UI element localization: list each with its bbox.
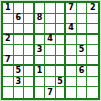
cell-r5c8-given-5[interactable]: 5: [77, 45, 88, 56]
cell-r6c1-given-7[interactable]: 7: [3, 56, 14, 67]
cell-r7c1-empty[interactable]: [3, 66, 14, 77]
cell-r7c2-given-5[interactable]: 5: [14, 66, 25, 77]
cell-r4c9-empty[interactable]: [87, 35, 98, 46]
cell-r4c4-empty[interactable]: [35, 35, 46, 46]
cell-r8c5-empty[interactable]: [45, 77, 56, 88]
cell-r6c5-empty[interactable]: [45, 56, 56, 67]
cell-r5c6-empty[interactable]: [56, 45, 67, 56]
cell-r8c7-empty[interactable]: [66, 77, 77, 88]
cell-r5c9-empty[interactable]: [87, 45, 98, 56]
cell-r9c9-empty[interactable]: [87, 87, 98, 98]
cell-r2c8-empty[interactable]: [77, 14, 88, 25]
cell-r6c2-empty[interactable]: [14, 56, 25, 67]
cell-r5c4-given-3[interactable]: 3: [35, 45, 46, 56]
cell-r5c7-empty[interactable]: [66, 45, 77, 56]
cell-r2c3-empty[interactable]: [24, 14, 35, 25]
cell-r9c5-given-7[interactable]: 7: [45, 87, 56, 98]
cell-r1c1-given-1[interactable]: 1: [3, 3, 14, 14]
cell-r4c8-empty[interactable]: [77, 35, 88, 46]
cell-r7c8-given-6[interactable]: 6: [77, 66, 88, 77]
cell-r3c5-empty[interactable]: [45, 24, 56, 35]
cell-r9c6-empty[interactable]: [56, 87, 67, 98]
cell-r7c4-given-1[interactable]: 1: [35, 66, 46, 77]
cell-r1c3-empty[interactable]: [24, 3, 35, 14]
cell-r3c2-empty[interactable]: [14, 24, 25, 35]
cell-r9c1-empty[interactable]: [3, 87, 14, 98]
cell-r3c9-empty[interactable]: [87, 24, 98, 35]
cell-r7c7-empty[interactable]: [66, 66, 77, 77]
cell-r1c6-empty[interactable]: [56, 3, 67, 14]
cell-r4c5-given-4[interactable]: 4: [45, 35, 56, 46]
sudoku-board: 17268424357516357: [1, 1, 100, 100]
cell-r4c3-empty[interactable]: [24, 35, 35, 46]
cell-r3c1-empty[interactable]: [3, 24, 14, 35]
cell-r5c2-empty[interactable]: [14, 45, 25, 56]
cell-r8c6-given-5[interactable]: 5: [56, 77, 67, 88]
cell-r5c5-empty[interactable]: [45, 45, 56, 56]
cell-r4c1-given-2[interactable]: 2: [3, 35, 14, 46]
cell-r1c9-given-2[interactable]: 2: [87, 3, 98, 14]
cell-r3c8-empty[interactable]: [77, 24, 88, 35]
cell-r8c8-empty[interactable]: [77, 77, 88, 88]
cell-r4c7-empty[interactable]: [66, 35, 77, 46]
cell-r1c4-empty[interactable]: [35, 3, 46, 14]
cell-r9c8-empty[interactable]: [77, 87, 88, 98]
cell-r3c6-empty[interactable]: [56, 24, 67, 35]
cell-r6c6-empty[interactable]: [56, 56, 67, 67]
cell-r7c6-empty[interactable]: [56, 66, 67, 77]
cell-r7c9-empty[interactable]: [87, 66, 98, 77]
cell-r9c7-empty[interactable]: [66, 87, 77, 98]
cell-r7c3-empty[interactable]: [24, 66, 35, 77]
cell-r6c8-empty[interactable]: [77, 56, 88, 67]
cell-r2c1-empty[interactable]: [3, 14, 14, 25]
cell-r1c2-empty[interactable]: [14, 3, 25, 14]
cell-r9c4-empty[interactable]: [35, 87, 46, 98]
cell-r6c7-empty[interactable]: [66, 56, 77, 67]
cell-r2c4-given-8[interactable]: 8: [35, 14, 46, 25]
cell-r7c5-empty[interactable]: [45, 66, 56, 77]
cell-r8c4-empty[interactable]: [35, 77, 46, 88]
cell-r1c8-empty[interactable]: [77, 3, 88, 14]
cell-r2c9-empty[interactable]: [87, 14, 98, 25]
cell-r3c3-empty[interactable]: [24, 24, 35, 35]
cell-r6c9-empty[interactable]: [87, 56, 98, 67]
cell-r9c3-empty[interactable]: [24, 87, 35, 98]
cell-r8c1-empty[interactable]: [3, 77, 14, 88]
cell-r8c3-empty[interactable]: [24, 77, 35, 88]
cell-r3c7-given-4[interactable]: 4: [66, 24, 77, 35]
cell-r5c3-empty[interactable]: [24, 45, 35, 56]
cell-r2c5-empty[interactable]: [45, 14, 56, 25]
cell-r6c4-empty[interactable]: [35, 56, 46, 67]
cell-r1c5-empty[interactable]: [45, 3, 56, 14]
cell-r3c4-empty[interactable]: [35, 24, 46, 35]
cell-r1c7-given-7[interactable]: 7: [66, 3, 77, 14]
cell-r6c3-empty[interactable]: [24, 56, 35, 67]
cell-r4c6-empty[interactable]: [56, 35, 67, 46]
cell-r2c6-empty[interactable]: [56, 14, 67, 25]
cell-r8c2-given-3[interactable]: 3: [14, 77, 25, 88]
cell-r8c9-empty[interactable]: [87, 77, 98, 88]
cell-r9c2-empty[interactable]: [14, 87, 25, 98]
cell-r2c2-given-6[interactable]: 6: [14, 14, 25, 25]
cell-r4c2-empty[interactable]: [14, 35, 25, 46]
